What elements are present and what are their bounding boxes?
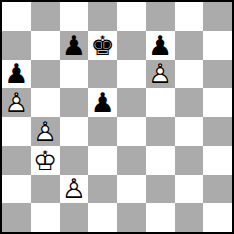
black-pawn-icon: ♟ <box>60 31 89 60</box>
square-c5[interactable] <box>60 88 89 117</box>
white-pawn-icon: ♙ <box>2 88 31 117</box>
square-a2[interactable] <box>2 175 31 204</box>
white-pawn-icon: ♙ <box>146 60 175 89</box>
square-g7[interactable] <box>175 31 204 60</box>
square-c4[interactable] <box>60 117 89 146</box>
square-c2[interactable]: ♟♙ <box>60 175 89 204</box>
square-c8[interactable] <box>60 2 89 31</box>
square-f3[interactable] <box>146 146 175 175</box>
square-g4[interactable] <box>175 117 204 146</box>
square-h7[interactable] <box>203 31 232 60</box>
black-pawn-icon: ♟ <box>146 31 175 60</box>
square-f5[interactable] <box>146 88 175 117</box>
square-e3[interactable] <box>117 146 146 175</box>
square-a7[interactable] <box>2 31 31 60</box>
square-g1[interactable] <box>175 203 204 232</box>
square-d1[interactable] <box>88 203 117 232</box>
square-e8[interactable] <box>117 2 146 31</box>
white-pawn-icon: ♙ <box>31 117 60 146</box>
square-g3[interactable] <box>175 146 204 175</box>
piece-white-pawn: ♟♙ <box>31 117 60 146</box>
square-b2[interactable] <box>31 175 60 204</box>
square-e4[interactable] <box>117 117 146 146</box>
white-king-icon: ♔ <box>31 146 60 175</box>
square-b8[interactable] <box>31 2 60 31</box>
square-e5[interactable] <box>117 88 146 117</box>
piece-black-pawn: ♟ <box>88 88 117 117</box>
square-f1[interactable] <box>146 203 175 232</box>
black-pawn-icon: ♟ <box>88 88 117 117</box>
square-h1[interactable] <box>203 203 232 232</box>
square-f6[interactable]: ♟♙ <box>146 60 175 89</box>
square-a6[interactable]: ♟ <box>2 60 31 89</box>
square-c7[interactable]: ♟ <box>60 31 89 60</box>
square-h3[interactable] <box>203 146 232 175</box>
square-d4[interactable] <box>88 117 117 146</box>
square-f2[interactable] <box>146 175 175 204</box>
white-pawn-icon: ♙ <box>60 175 89 204</box>
piece-black-king: ♚ <box>88 31 117 60</box>
square-a3[interactable] <box>2 146 31 175</box>
square-h5[interactable] <box>203 88 232 117</box>
square-g2[interactable] <box>175 175 204 204</box>
square-a8[interactable] <box>2 2 31 31</box>
square-f8[interactable] <box>146 2 175 31</box>
square-a5[interactable]: ♟♙ <box>2 88 31 117</box>
square-f4[interactable] <box>146 117 175 146</box>
square-d5[interactable]: ♟ <box>88 88 117 117</box>
square-b1[interactable] <box>31 203 60 232</box>
square-c6[interactable] <box>60 60 89 89</box>
square-g6[interactable] <box>175 60 204 89</box>
square-e2[interactable] <box>117 175 146 204</box>
square-c3[interactable] <box>60 146 89 175</box>
piece-black-pawn: ♟ <box>146 31 175 60</box>
square-b3[interactable]: ♚♔ <box>31 146 60 175</box>
piece-white-king: ♚♔ <box>31 146 60 175</box>
square-g5[interactable] <box>175 88 204 117</box>
square-a1[interactable] <box>2 203 31 232</box>
square-e7[interactable] <box>117 31 146 60</box>
square-g8[interactable] <box>175 2 204 31</box>
piece-white-pawn: ♟♙ <box>2 88 31 117</box>
square-a4[interactable] <box>2 117 31 146</box>
square-b7[interactable] <box>31 31 60 60</box>
square-c1[interactable] <box>60 203 89 232</box>
square-d3[interactable] <box>88 146 117 175</box>
square-d2[interactable] <box>88 175 117 204</box>
square-e6[interactable] <box>117 60 146 89</box>
chess-board-grid: ♟♚♟♟♟♙♟♙♟♟♙♚♔♟♙ <box>2 2 232 232</box>
square-h6[interactable] <box>203 60 232 89</box>
square-f7[interactable]: ♟ <box>146 31 175 60</box>
square-d7[interactable]: ♚ <box>88 31 117 60</box>
square-b6[interactable] <box>31 60 60 89</box>
piece-black-pawn: ♟ <box>60 31 89 60</box>
piece-white-pawn: ♟♙ <box>146 60 175 89</box>
black-king-icon: ♚ <box>88 31 117 60</box>
black-pawn-icon: ♟ <box>2 60 31 89</box>
piece-white-pawn: ♟♙ <box>60 175 89 204</box>
square-b4[interactable]: ♟♙ <box>31 117 60 146</box>
square-b5[interactable] <box>31 88 60 117</box>
square-e1[interactable] <box>117 203 146 232</box>
square-h4[interactable] <box>203 117 232 146</box>
square-h8[interactable] <box>203 2 232 31</box>
piece-black-pawn: ♟ <box>2 60 31 89</box>
square-d8[interactable] <box>88 2 117 31</box>
square-d6[interactable] <box>88 60 117 89</box>
square-h2[interactable] <box>203 175 232 204</box>
chess-board: ♟♚♟♟♟♙♟♙♟♟♙♚♔♟♙ <box>0 0 234 234</box>
